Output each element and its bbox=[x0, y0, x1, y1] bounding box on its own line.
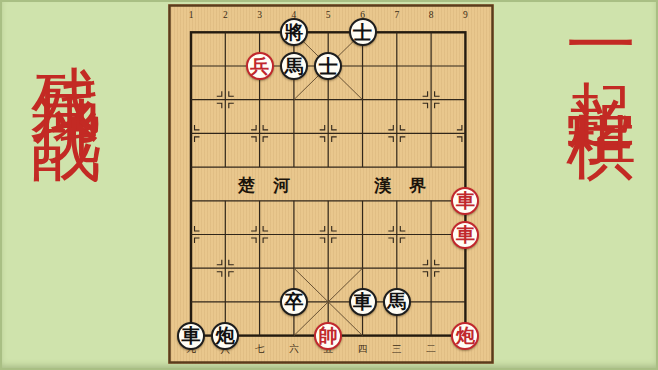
point-marker bbox=[229, 91, 234, 96]
point-marker bbox=[388, 238, 393, 243]
point-marker bbox=[217, 103, 222, 108]
point-marker bbox=[388, 226, 393, 231]
point-marker bbox=[217, 260, 222, 265]
point-marker bbox=[423, 103, 428, 108]
point-marker bbox=[195, 226, 200, 231]
file-label-bottom-6: 四 bbox=[358, 345, 368, 355]
point-marker bbox=[195, 125, 200, 130]
file-label-bottom-3: 七 bbox=[255, 345, 265, 355]
piece-black-chariot-1[interactable]: 車 bbox=[349, 288, 377, 316]
piece-red-chariot-2[interactable]: 車 bbox=[451, 221, 479, 249]
point-marker bbox=[217, 272, 222, 277]
left-caption: 残局挑战 bbox=[31, 10, 101, 74]
piece-black-cannon[interactable]: 炮 bbox=[211, 322, 239, 350]
point-marker bbox=[388, 137, 393, 142]
point-marker bbox=[435, 260, 440, 265]
point-marker bbox=[251, 125, 256, 130]
point-marker bbox=[423, 260, 428, 265]
point-marker bbox=[263, 238, 268, 243]
point-marker bbox=[229, 260, 234, 265]
piece-black-horse-1[interactable]: 馬 bbox=[280, 52, 308, 80]
page: 残局挑战 一起学棋 123456789 九八七六五四三二一 楚河 漢界 將士兵馬… bbox=[0, 0, 658, 370]
point-marker bbox=[251, 226, 256, 231]
point-marker bbox=[423, 272, 428, 277]
file-label-bottom-4: 六 bbox=[289, 345, 299, 355]
point-marker bbox=[195, 238, 200, 243]
point-marker bbox=[400, 238, 405, 243]
board[interactable]: 123456789 九八七六五四三二一 楚河 漢界 將士兵馬士車車卒車馬車炮帥炮 bbox=[168, 4, 494, 364]
piece-black-general[interactable]: 將 bbox=[280, 18, 308, 46]
point-marker bbox=[457, 125, 462, 130]
point-marker bbox=[332, 137, 337, 142]
file-label-top-8: 8 bbox=[429, 11, 434, 21]
river-label-left: 楚河 bbox=[238, 177, 308, 194]
piece-black-pawn[interactable]: 卒 bbox=[280, 288, 308, 316]
point-marker bbox=[332, 238, 337, 243]
point-marker bbox=[332, 226, 337, 231]
piece-black-advisor-1[interactable]: 士 bbox=[349, 18, 377, 46]
file-label-top-5: 5 bbox=[326, 11, 331, 21]
file-label-top-1: 1 bbox=[189, 11, 194, 21]
piece-red-pawn[interactable]: 兵 bbox=[246, 52, 274, 80]
point-marker bbox=[435, 272, 440, 277]
point-marker bbox=[400, 125, 405, 130]
point-marker bbox=[320, 137, 325, 142]
point-marker bbox=[251, 137, 256, 142]
point-marker bbox=[400, 137, 405, 142]
right-caption: 一起学棋 bbox=[566, 9, 636, 73]
river-label-right: 漢界 bbox=[374, 177, 444, 194]
point-marker bbox=[423, 91, 428, 96]
file-label-bottom-8: 二 bbox=[426, 345, 436, 355]
point-marker bbox=[195, 137, 200, 142]
file-label-top-7: 7 bbox=[394, 11, 399, 21]
point-marker bbox=[332, 125, 337, 130]
point-marker bbox=[251, 238, 256, 243]
file-label-top-3: 3 bbox=[257, 11, 262, 21]
point-marker bbox=[263, 137, 268, 142]
piece-red-chariot-1[interactable]: 車 bbox=[451, 187, 479, 215]
point-marker bbox=[435, 91, 440, 96]
point-marker bbox=[320, 238, 325, 243]
piece-red-general[interactable]: 帥 bbox=[314, 322, 342, 350]
piece-black-horse-2[interactable]: 馬 bbox=[383, 288, 411, 316]
point-marker bbox=[229, 272, 234, 277]
point-marker bbox=[388, 125, 393, 130]
point-marker bbox=[400, 226, 405, 231]
file-label-bottom-7: 三 bbox=[392, 345, 402, 355]
point-marker bbox=[263, 226, 268, 231]
point-marker bbox=[263, 125, 268, 130]
piece-red-cannon[interactable]: 炮 bbox=[451, 322, 479, 350]
file-label-top-9: 9 bbox=[463, 11, 468, 21]
piece-black-advisor-2[interactable]: 士 bbox=[314, 52, 342, 80]
piece-black-chariot-2[interactable]: 車 bbox=[177, 322, 205, 350]
point-marker bbox=[217, 91, 222, 96]
point-marker bbox=[320, 125, 325, 130]
point-marker bbox=[457, 137, 462, 142]
file-label-top-2: 2 bbox=[223, 11, 228, 21]
point-marker bbox=[320, 226, 325, 231]
point-marker bbox=[229, 103, 234, 108]
point-marker bbox=[435, 103, 440, 108]
